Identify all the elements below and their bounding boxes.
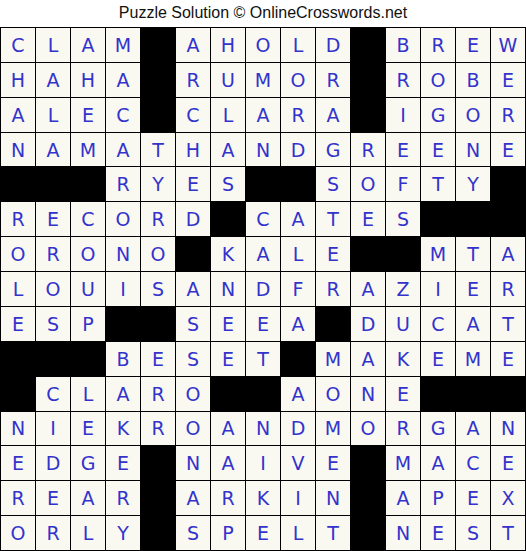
letter-cell: O [176, 412, 210, 446]
block-cell [386, 237, 420, 271]
letter-cell: N [246, 133, 280, 167]
letter-cell: C [106, 98, 140, 132]
letter-cell: N [1, 133, 35, 167]
block-cell [351, 98, 385, 132]
letter-cell: E [316, 237, 350, 271]
block-cell [1, 342, 35, 376]
letter-cell: R [351, 133, 385, 167]
letter-cell: R [491, 272, 525, 306]
block-cell [71, 167, 105, 201]
letter-cell: N [246, 412, 280, 446]
letter-cell: E [421, 133, 455, 167]
letter-cell: R [1, 481, 35, 515]
letter-cell: D [351, 307, 385, 341]
letter-cell: T [246, 342, 280, 376]
letter-cell: E [456, 481, 490, 515]
letter-cell: O [141, 237, 175, 271]
letter-cell: A [386, 481, 420, 515]
letter-cell: R [176, 63, 210, 97]
letter-cell: V [281, 446, 315, 480]
letter-cell: T [491, 307, 525, 341]
block-cell [141, 98, 175, 132]
letter-cell: A [281, 307, 315, 341]
letter-cell: R [36, 516, 70, 550]
letter-cell: A [281, 202, 315, 236]
block-cell [491, 202, 525, 236]
letter-cell: O [281, 63, 315, 97]
letter-cell: A [246, 98, 280, 132]
crossword-grid: CLAMAHOLDBREWHAHARUMORROBEALECCLARAIGORN… [0, 27, 526, 551]
letter-cell: N [351, 377, 385, 411]
letter-cell: N [316, 481, 350, 515]
letter-cell: C [176, 98, 210, 132]
letter-cell: L [71, 377, 105, 411]
letter-cell: N [1, 412, 35, 446]
block-cell [141, 28, 175, 62]
letter-cell: T [141, 133, 175, 167]
letter-cell: I [281, 481, 315, 515]
letter-cell: D [246, 272, 280, 306]
letter-cell: H [211, 28, 245, 62]
letter-cell: F [386, 167, 420, 201]
block-cell [456, 202, 490, 236]
letter-cell: R [36, 237, 70, 271]
letter-cell: G [71, 446, 105, 480]
letter-cell: N [176, 446, 210, 480]
block-cell [211, 377, 245, 411]
letter-cell: R [316, 63, 350, 97]
block-cell [246, 377, 280, 411]
block-cell [1, 377, 35, 411]
letter-cell: S [36, 307, 70, 341]
letter-cell: A [246, 237, 280, 271]
letter-cell: A [456, 307, 490, 341]
block-cell [106, 307, 140, 341]
block-cell [71, 342, 105, 376]
letter-cell: H [71, 63, 105, 97]
letter-cell: Y [106, 516, 140, 550]
letter-cell: K [246, 481, 280, 515]
letter-cell: A [106, 133, 140, 167]
letter-cell: E [491, 133, 525, 167]
letter-cell: C [71, 202, 105, 236]
letter-cell: B [386, 28, 420, 62]
letter-cell: C [1, 28, 35, 62]
letter-cell: L [71, 516, 105, 550]
letter-cell: T [456, 237, 490, 271]
letter-cell: M [106, 28, 140, 62]
letter-cell: A [281, 377, 315, 411]
letter-cell: U [386, 307, 420, 341]
letter-cell: E [71, 98, 105, 132]
puzzle-solution-page: Puzzle Solution © OnlineCrosswords.net C… [0, 0, 526, 551]
letter-cell: Z [386, 272, 420, 306]
letter-cell: E [316, 446, 350, 480]
letter-cell: I [421, 272, 455, 306]
block-cell [351, 516, 385, 550]
letter-cell: O [246, 28, 280, 62]
letter-cell: C [421, 307, 455, 341]
letter-cell: E [351, 202, 385, 236]
block-cell [351, 237, 385, 271]
letter-cell: A [351, 342, 385, 376]
letter-cell: A [176, 28, 210, 62]
letter-cell: E [421, 516, 455, 550]
letter-cell: E [491, 446, 525, 480]
letter-cell: R [211, 481, 245, 515]
letter-cell: K [386, 342, 420, 376]
letter-cell: E [176, 167, 210, 201]
letter-cell: R [386, 412, 420, 446]
letter-cell: E [106, 446, 140, 480]
letter-cell: G [421, 412, 455, 446]
letter-cell: H [1, 63, 35, 97]
letter-cell: L [36, 98, 70, 132]
block-cell [176, 237, 210, 271]
letter-cell: R [106, 481, 140, 515]
letter-cell: E [71, 412, 105, 446]
letter-cell: R [421, 28, 455, 62]
letter-cell: P [71, 307, 105, 341]
letter-cell: I [386, 98, 420, 132]
letter-cell: R [141, 202, 175, 236]
letter-cell: E [211, 342, 245, 376]
letter-cell: R [491, 98, 525, 132]
letter-cell: E [386, 377, 420, 411]
letter-cell: O [1, 237, 35, 271]
letter-cell: A [316, 98, 350, 132]
letter-cell: A [1, 98, 35, 132]
letter-cell: A [176, 481, 210, 515]
letter-cell: M [421, 237, 455, 271]
letter-cell: R [1, 202, 35, 236]
letter-cell: A [211, 133, 245, 167]
letter-cell: T [316, 202, 350, 236]
letter-cell: P [421, 481, 455, 515]
letter-cell: S [386, 202, 420, 236]
letter-cell: X [491, 481, 525, 515]
letter-cell: A [106, 377, 140, 411]
letter-cell: N [211, 272, 245, 306]
letter-cell: D [281, 133, 315, 167]
letter-cell: S [141, 272, 175, 306]
letter-cell: O [351, 167, 385, 201]
letter-cell: A [491, 237, 525, 271]
block-cell [141, 516, 175, 550]
letter-cell: O [351, 412, 385, 446]
letter-cell: L [1, 272, 35, 306]
letter-cell: O [176, 377, 210, 411]
letter-cell: R [141, 377, 175, 411]
letter-cell: A [456, 412, 490, 446]
letter-cell: L [281, 516, 315, 550]
block-cell [351, 63, 385, 97]
letter-cell: G [316, 133, 350, 167]
letter-cell: N [456, 133, 490, 167]
block-cell [281, 167, 315, 201]
letter-cell: Y [141, 167, 175, 201]
letter-cell: N [386, 516, 420, 550]
block-cell [491, 167, 525, 201]
letter-cell: R [386, 63, 420, 97]
letter-cell: O [421, 63, 455, 97]
letter-cell: I [246, 446, 280, 480]
letter-cell: L [281, 237, 315, 271]
letter-cell: A [211, 446, 245, 480]
letter-cell: E [421, 342, 455, 376]
block-cell [141, 307, 175, 341]
letter-cell: O [71, 237, 105, 271]
letter-cell: A [36, 63, 70, 97]
letter-cell: W [491, 28, 525, 62]
letter-cell: E [456, 28, 490, 62]
letter-cell: L [281, 28, 315, 62]
letter-cell: E [36, 481, 70, 515]
letter-cell: E [1, 446, 35, 480]
letter-cell: R [281, 98, 315, 132]
letter-cell: E [211, 307, 245, 341]
letter-cell: C [456, 446, 490, 480]
letter-cell: A [176, 272, 210, 306]
letter-cell: R [316, 272, 350, 306]
letter-cell: H [176, 133, 210, 167]
letter-cell: G [421, 98, 455, 132]
letter-cell: E [1, 307, 35, 341]
letter-cell: S [176, 342, 210, 376]
block-cell [141, 481, 175, 515]
letter-cell: A [421, 446, 455, 480]
letter-cell: A [71, 481, 105, 515]
block-cell [421, 377, 455, 411]
letter-cell: E [141, 342, 175, 376]
letter-cell: A [351, 272, 385, 306]
page-title: Puzzle Solution © OnlineCrosswords.net [0, 0, 526, 27]
block-cell [211, 202, 245, 236]
block-cell [36, 167, 70, 201]
letter-cell: D [36, 446, 70, 480]
block-cell [351, 481, 385, 515]
letter-cell: T [421, 167, 455, 201]
letter-cell: M [456, 342, 490, 376]
letter-cell: C [36, 377, 70, 411]
letter-cell: O [1, 516, 35, 550]
letter-cell: A [106, 63, 140, 97]
letter-cell: O [106, 202, 140, 236]
letter-cell: S [176, 516, 210, 550]
block-cell [351, 446, 385, 480]
letter-cell: M [246, 63, 280, 97]
letter-cell: M [386, 446, 420, 480]
block-cell [281, 342, 315, 376]
letter-cell: I [36, 412, 70, 446]
block-cell [421, 202, 455, 236]
letter-cell: D [316, 28, 350, 62]
letter-cell: L [211, 98, 245, 132]
letter-cell: R [106, 167, 140, 201]
letter-cell: I [106, 272, 140, 306]
letter-cell: M [71, 133, 105, 167]
letter-cell: K [211, 237, 245, 271]
letter-cell: B [456, 63, 490, 97]
block-cell [491, 377, 525, 411]
letter-cell: K [106, 412, 140, 446]
letter-cell: S [316, 167, 350, 201]
letter-cell: P [211, 516, 245, 550]
letter-cell: F [281, 272, 315, 306]
letter-cell: E [491, 342, 525, 376]
letter-cell: B [106, 342, 140, 376]
letter-cell: O [456, 98, 490, 132]
letter-cell: E [491, 63, 525, 97]
letter-cell: A [36, 133, 70, 167]
letter-cell: O [316, 377, 350, 411]
letter-cell: S [456, 516, 490, 550]
letter-cell: T [491, 516, 525, 550]
letter-cell: E [456, 272, 490, 306]
block-cell [351, 28, 385, 62]
letter-cell: C [246, 202, 280, 236]
letter-cell: U [211, 63, 245, 97]
letter-cell: T [316, 516, 350, 550]
letter-cell: M [316, 342, 350, 376]
letter-cell: U [71, 272, 105, 306]
letter-cell: D [176, 202, 210, 236]
letter-cell: S [176, 307, 210, 341]
letter-cell: Y [456, 167, 490, 201]
letter-cell: E [246, 516, 280, 550]
letter-cell: M [316, 412, 350, 446]
block-cell [141, 446, 175, 480]
letter-cell: N [106, 237, 140, 271]
letter-cell: A [71, 28, 105, 62]
letter-cell: L [36, 28, 70, 62]
letter-cell: N [491, 412, 525, 446]
block-cell [456, 377, 490, 411]
letter-cell: O [36, 272, 70, 306]
block-cell [1, 167, 35, 201]
letter-cell: S [211, 167, 245, 201]
block-cell [141, 63, 175, 97]
block-cell [316, 307, 350, 341]
letter-cell: D [281, 412, 315, 446]
letter-cell: A [211, 412, 245, 446]
letter-cell: E [36, 202, 70, 236]
letter-cell: E [246, 307, 280, 341]
block-cell [36, 342, 70, 376]
letter-cell: R [141, 412, 175, 446]
block-cell [246, 167, 280, 201]
letter-cell: E [386, 133, 420, 167]
